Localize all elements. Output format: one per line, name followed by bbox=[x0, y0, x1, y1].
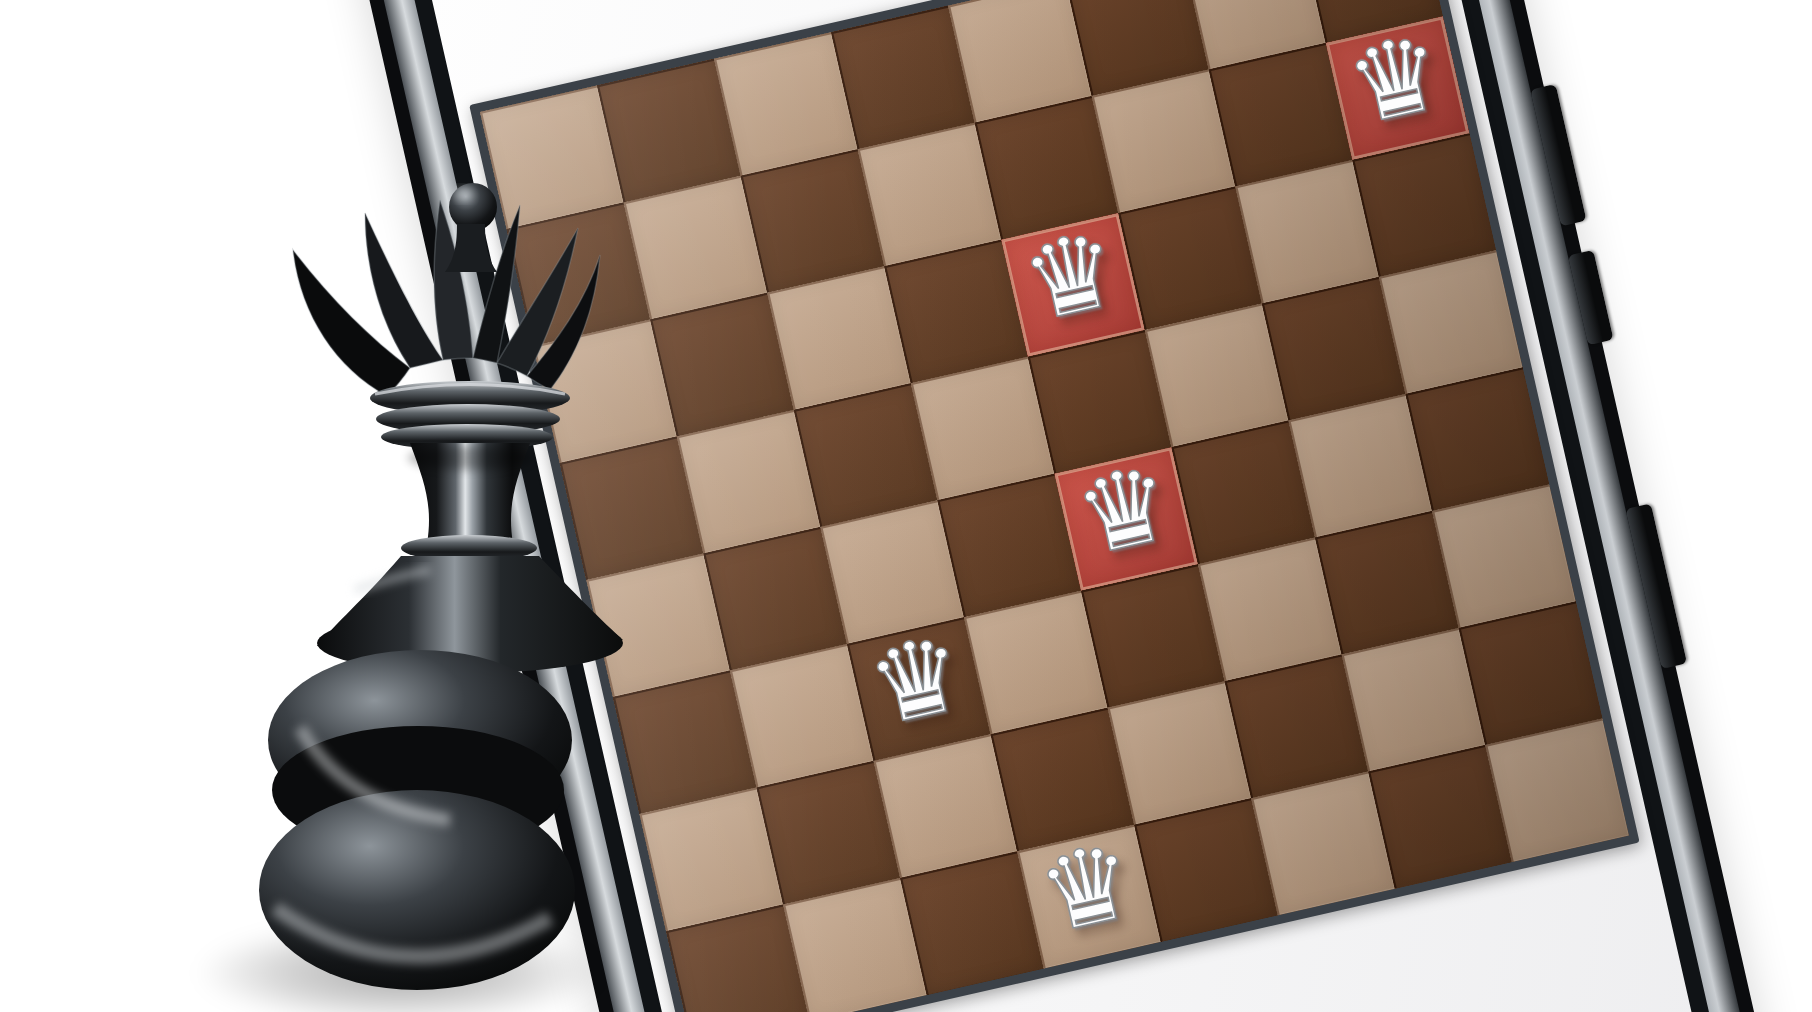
white-queen-e4[interactable]: ♛ bbox=[1052, 438, 1196, 582]
white-queen-h7[interactable]: ♛ bbox=[1324, 8, 1468, 152]
chessboard: ♛♛♛♛♛ bbox=[469, 0, 1639, 1012]
white-queen-e6[interactable]: ♛ bbox=[999, 204, 1143, 348]
square-h1[interactable] bbox=[1485, 718, 1629, 862]
white-queen-c3[interactable]: ♛ bbox=[845, 609, 989, 753]
white-queen-d1[interactable]: ♛ bbox=[1015, 816, 1159, 960]
black-queen-figure bbox=[205, 128, 635, 1012]
page-background: ♛♛♛♛♛ bbox=[0, 0, 1812, 1012]
